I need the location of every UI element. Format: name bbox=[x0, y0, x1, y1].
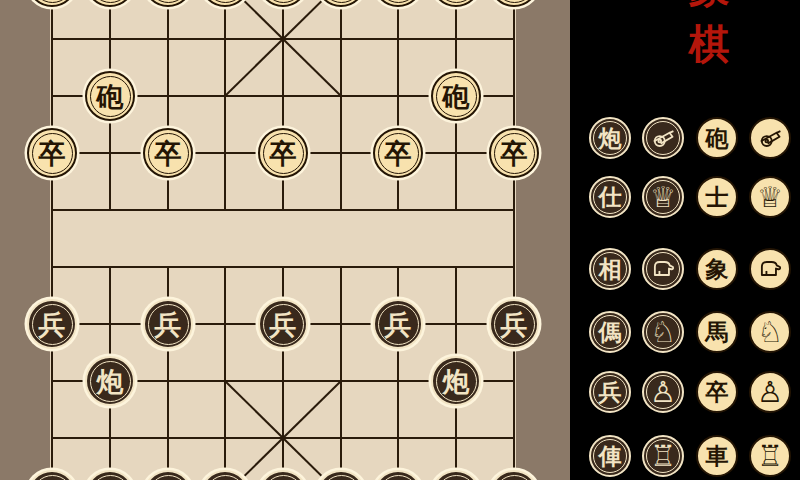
side-panel: 象 棋 炮砲仕♕士♕相象傌♘馬♘兵♙卒♙俥♖車♖ bbox=[570, 0, 800, 480]
legend-chariot-dark-icon: ♖ bbox=[642, 435, 684, 477]
piece-dark-soldier[interactable]: 兵 bbox=[143, 299, 193, 349]
legend-elephant-dark-icon bbox=[642, 248, 684, 290]
crowned-guard-icon: ♕ bbox=[650, 183, 676, 212]
legend-chariot-light-icon: ♖ bbox=[749, 435, 791, 477]
legend-cannon-light-char: 砲 bbox=[696, 117, 738, 159]
legend-elephant-light-icon bbox=[749, 248, 791, 290]
board-grid-lines bbox=[0, 0, 570, 480]
cannon-icon bbox=[753, 121, 787, 155]
elephant-icon bbox=[753, 252, 787, 286]
piece-light-soldier[interactable]: 卒 bbox=[143, 128, 193, 178]
title-char-xiang: 象 bbox=[687, 0, 731, 9]
legend-elephant-dark-char: 相 bbox=[589, 248, 631, 290]
piece-light-cannon[interactable]: 砲 bbox=[85, 71, 135, 121]
legend-advisor-light-icon: ♕ bbox=[749, 176, 791, 218]
piece-light-soldier[interactable]: 卒 bbox=[373, 128, 423, 178]
pawn-icon: ♙ bbox=[757, 378, 783, 407]
rook-icon: ♖ bbox=[650, 442, 676, 471]
legend-soldier-light-char: 卒 bbox=[696, 371, 738, 413]
legend-soldier-light-icon: ♙ bbox=[749, 371, 791, 413]
piece-light-soldier[interactable]: 卒 bbox=[258, 128, 308, 178]
piece-dark-soldier[interactable]: 兵 bbox=[258, 299, 308, 349]
rook-icon: ♖ bbox=[757, 442, 783, 471]
legend-cannon-light-icon bbox=[749, 117, 791, 159]
legend-advisor-dark-char: 仕 bbox=[589, 176, 631, 218]
legend-horse-dark-char: 傌 bbox=[589, 311, 631, 353]
board: 車馬象士將士象馬車砲砲卒卒卒卒卒兵兵兵兵兵炮炮俥傌相仕帥仕相傌俥 bbox=[0, 0, 570, 480]
cannon-icon bbox=[646, 121, 680, 155]
legend-soldier-dark-icon: ♙ bbox=[642, 371, 684, 413]
knight-icon: ♘ bbox=[757, 318, 783, 347]
knight-icon: ♘ bbox=[650, 318, 676, 347]
pawn-icon: ♙ bbox=[650, 378, 676, 407]
legend-chariot-light-char: 車 bbox=[696, 435, 738, 477]
piece-dark-cannon[interactable]: 炮 bbox=[85, 356, 135, 406]
piece-light-soldier[interactable]: 卒 bbox=[489, 128, 539, 178]
piece-light-soldier[interactable]: 卒 bbox=[27, 128, 77, 178]
legend-horse-light-icon: ♘ bbox=[749, 311, 791, 353]
legend-cannon-dark-icon bbox=[642, 117, 684, 159]
legend-soldier-dark-char: 兵 bbox=[589, 371, 631, 413]
title-char-qi: 棋 bbox=[687, 24, 731, 65]
piece-light-cannon[interactable]: 砲 bbox=[431, 71, 481, 121]
elephant-icon bbox=[646, 252, 680, 286]
piece-dark-soldier[interactable]: 兵 bbox=[489, 299, 539, 349]
crowned-guard-icon: ♕ bbox=[757, 183, 783, 212]
legend-advisor-light-char: 士 bbox=[696, 176, 738, 218]
legend-advisor-dark-icon: ♕ bbox=[642, 176, 684, 218]
xiangqi-app: 車馬象士將士象馬車砲砲卒卒卒卒卒兵兵兵兵兵炮炮俥傌相仕帥仕相傌俥 象 棋 炮砲仕… bbox=[0, 0, 800, 480]
legend-chariot-dark-char: 俥 bbox=[589, 435, 631, 477]
legend-elephant-light-char: 象 bbox=[696, 248, 738, 290]
piece-dark-soldier[interactable]: 兵 bbox=[27, 299, 77, 349]
legend-horse-dark-icon: ♘ bbox=[642, 311, 684, 353]
legend-cannon-dark-char: 炮 bbox=[589, 117, 631, 159]
piece-dark-soldier[interactable]: 兵 bbox=[373, 299, 423, 349]
piece-dark-cannon[interactable]: 炮 bbox=[431, 356, 481, 406]
legend-horse-light-char: 馬 bbox=[696, 311, 738, 353]
